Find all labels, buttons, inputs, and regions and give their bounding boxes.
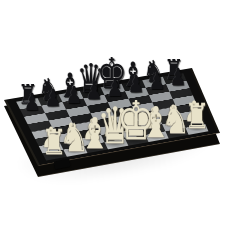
piece-black-pawn[interactable]: ♟ <box>44 87 61 111</box>
piece-black-pawn[interactable]: ♟ <box>169 66 186 90</box>
piece-black-pawn[interactable]: ♟ <box>65 84 82 108</box>
piece-black-pawn[interactable]: ♟ <box>24 91 41 115</box>
piece-white-rook[interactable]: ♜ <box>184 100 209 135</box>
product-photo: ♜♞♝♛♚♝♞♜♟♟♟♟♟♟♟♟♟♟♟♟♟♟♟♟♜♞♝♛♚♝♞♜ <box>0 0 230 230</box>
